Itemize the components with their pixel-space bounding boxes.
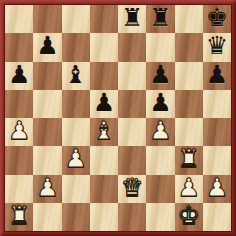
square-b3[interactable]: [33, 146, 61, 174]
chess-board-frame: ♜♜♚♟♛♟♝♟♟♟♟♟♝♟♟♜♟♛♟♟♜♚: [0, 0, 236, 236]
square-d2[interactable]: [90, 175, 118, 203]
square-g4[interactable]: [175, 118, 203, 146]
square-c1[interactable]: [62, 203, 90, 231]
square-d8[interactable]: [90, 5, 118, 33]
square-e1[interactable]: [118, 203, 146, 231]
square-f1[interactable]: [146, 203, 174, 231]
square-e4[interactable]: [118, 118, 146, 146]
piece-black-king: ♚: [206, 5, 228, 32]
square-h2[interactable]: ♟: [203, 175, 231, 203]
piece-black-pawn: ♟: [149, 90, 171, 117]
square-c3[interactable]: ♟: [62, 146, 90, 174]
square-b8[interactable]: [33, 5, 61, 33]
piece-white-pawn: ♟: [64, 146, 86, 173]
square-e5[interactable]: [118, 90, 146, 118]
square-f6[interactable]: ♟: [146, 62, 174, 90]
piece-black-pawn: ♟: [8, 62, 30, 89]
square-d5[interactable]: ♟: [90, 90, 118, 118]
square-c6[interactable]: ♝: [62, 62, 90, 90]
square-b4[interactable]: [33, 118, 61, 146]
piece-white-pawn: ♟: [8, 118, 30, 145]
piece-black-pawn: ♟: [36, 33, 58, 60]
square-g7[interactable]: [175, 33, 203, 61]
square-c8[interactable]: [62, 5, 90, 33]
piece-black-pawn: ♟: [149, 62, 171, 89]
piece-white-rook: ♜: [177, 146, 199, 173]
square-f2[interactable]: [146, 175, 174, 203]
piece-black-bishop: ♝: [64, 62, 86, 89]
square-b7[interactable]: ♟: [33, 33, 61, 61]
square-a5[interactable]: [5, 90, 33, 118]
piece-black-pawn: ♟: [93, 90, 115, 117]
square-h1[interactable]: [203, 203, 231, 231]
square-a1[interactable]: ♜: [5, 203, 33, 231]
piece-white-pawn: ♟: [36, 175, 58, 202]
square-e7[interactable]: [118, 33, 146, 61]
square-e3[interactable]: [118, 146, 146, 174]
square-d3[interactable]: [90, 146, 118, 174]
piece-black-pawn: ♟: [206, 62, 228, 89]
square-c4[interactable]: [62, 118, 90, 146]
piece-black-queen: ♛: [206, 33, 228, 60]
square-f7[interactable]: [146, 33, 174, 61]
piece-white-king: ♚: [177, 203, 199, 230]
square-g6[interactable]: [175, 62, 203, 90]
square-d4[interactable]: ♝: [90, 118, 118, 146]
square-a7[interactable]: [5, 33, 33, 61]
square-g2[interactable]: ♟: [175, 175, 203, 203]
square-a8[interactable]: [5, 5, 33, 33]
square-e8[interactable]: ♜: [118, 5, 146, 33]
square-f8[interactable]: ♜: [146, 5, 174, 33]
square-d7[interactable]: [90, 33, 118, 61]
square-c7[interactable]: [62, 33, 90, 61]
square-c5[interactable]: [62, 90, 90, 118]
chess-board: ♜♜♚♟♛♟♝♟♟♟♟♟♝♟♟♜♟♛♟♟♜♚: [5, 5, 231, 231]
square-b1[interactable]: [33, 203, 61, 231]
piece-black-rook: ♜: [121, 5, 143, 32]
square-g8[interactable]: [175, 5, 203, 33]
square-c2[interactable]: [62, 175, 90, 203]
square-h3[interactable]: [203, 146, 231, 174]
square-f3[interactable]: [146, 146, 174, 174]
square-b5[interactable]: [33, 90, 61, 118]
piece-black-rook: ♜: [149, 5, 171, 32]
square-e2[interactable]: ♛: [118, 175, 146, 203]
square-g5[interactable]: [175, 90, 203, 118]
square-b6[interactable]: [33, 62, 61, 90]
piece-white-pawn: ♟: [149, 118, 171, 145]
square-a2[interactable]: [5, 175, 33, 203]
square-b2[interactable]: ♟: [33, 175, 61, 203]
square-d1[interactable]: [90, 203, 118, 231]
square-h6[interactable]: ♟: [203, 62, 231, 90]
square-g1[interactable]: ♚: [175, 203, 203, 231]
piece-white-pawn: ♟: [206, 175, 228, 202]
piece-white-pawn: ♟: [177, 175, 199, 202]
square-e6[interactable]: [118, 62, 146, 90]
square-h5[interactable]: [203, 90, 231, 118]
square-g3[interactable]: ♜: [175, 146, 203, 174]
square-d6[interactable]: [90, 62, 118, 90]
square-a6[interactable]: ♟: [5, 62, 33, 90]
piece-white-rook: ♜: [8, 203, 30, 230]
square-h7[interactable]: ♛: [203, 33, 231, 61]
square-f5[interactable]: ♟: [146, 90, 174, 118]
square-h8[interactable]: ♚: [203, 5, 231, 33]
square-a4[interactable]: ♟: [5, 118, 33, 146]
piece-white-queen: ♛: [121, 175, 143, 202]
square-a3[interactable]: [5, 146, 33, 174]
square-f4[interactable]: ♟: [146, 118, 174, 146]
square-h4[interactable]: [203, 118, 231, 146]
piece-white-bishop: ♝: [93, 118, 115, 145]
